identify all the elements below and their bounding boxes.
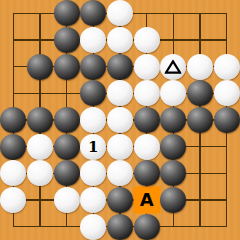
white-stone — [107, 134, 133, 160]
white-stone — [54, 187, 80, 213]
black-stone — [80, 80, 106, 106]
black-stone — [54, 160, 80, 186]
black-stone — [54, 27, 80, 53]
black-stone — [187, 107, 213, 133]
white-stone — [160, 54, 186, 80]
white-stone — [80, 187, 106, 213]
black-stone — [54, 0, 80, 26]
black-stone — [54, 107, 80, 133]
black-stone — [214, 107, 240, 133]
go-board[interactable]: 1A — [0, 0, 240, 240]
white-stone — [187, 54, 213, 80]
black-stone — [0, 107, 26, 133]
black-stone — [160, 187, 186, 213]
white-stone — [160, 80, 186, 106]
black-stone — [134, 107, 160, 133]
black-stone — [160, 107, 186, 133]
black-stone — [27, 54, 53, 80]
black-stone — [134, 214, 160, 240]
black-stone — [107, 214, 133, 240]
white-stone — [214, 54, 240, 80]
black-stone — [160, 160, 186, 186]
black-stone — [27, 107, 53, 133]
white-stone — [134, 80, 160, 106]
black-stone — [107, 54, 133, 80]
white-stone — [80, 134, 106, 160]
white-stone — [134, 27, 160, 53]
white-stone — [80, 214, 106, 240]
black-stone — [187, 80, 213, 106]
black-stone — [160, 134, 186, 160]
black-stone — [80, 0, 106, 26]
black-stone — [107, 187, 133, 213]
white-stone — [134, 134, 160, 160]
highlighted-point[interactable] — [133, 187, 160, 214]
white-stone — [27, 134, 53, 160]
black-stone — [0, 134, 26, 160]
black-stone — [134, 160, 160, 186]
black-stone — [54, 54, 80, 80]
white-stone — [107, 160, 133, 186]
black-stone — [80, 54, 106, 80]
white-stone — [80, 107, 106, 133]
white-stone — [107, 107, 133, 133]
white-stone — [107, 27, 133, 53]
white-stone — [80, 27, 106, 53]
black-stone — [54, 134, 80, 160]
white-stone — [107, 80, 133, 106]
white-stone — [80, 160, 106, 186]
white-stone — [214, 80, 240, 106]
white-stone — [0, 160, 26, 186]
white-stone — [134, 54, 160, 80]
white-stone — [0, 187, 26, 213]
white-stone — [107, 0, 133, 26]
white-stone — [27, 160, 53, 186]
